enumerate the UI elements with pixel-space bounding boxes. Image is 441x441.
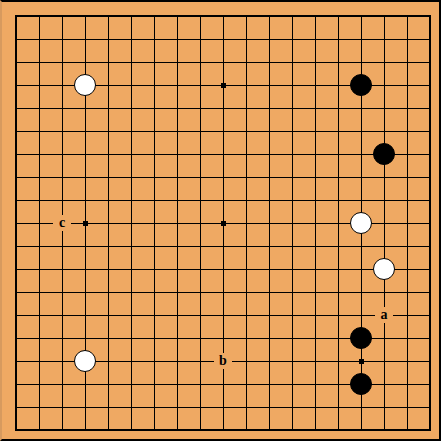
- black-stone[interactable]: [350, 373, 372, 395]
- star-point: [221, 221, 226, 226]
- star-point: [83, 221, 88, 226]
- white-stone[interactable]: [350, 212, 372, 234]
- white-stone[interactable]: [74, 74, 96, 96]
- point-label-c[interactable]: c: [53, 215, 71, 231]
- black-stone[interactable]: [350, 74, 372, 96]
- white-stone[interactable]: [74, 350, 96, 372]
- black-stone[interactable]: [350, 327, 372, 349]
- black-stone[interactable]: [373, 143, 395, 165]
- point-label-a[interactable]: a: [375, 307, 393, 323]
- white-stone[interactable]: [373, 258, 395, 280]
- go-board[interactable]: abc: [0, 0, 441, 441]
- star-point: [221, 83, 226, 88]
- point-label-b[interactable]: b: [214, 353, 232, 369]
- star-point: [359, 359, 364, 364]
